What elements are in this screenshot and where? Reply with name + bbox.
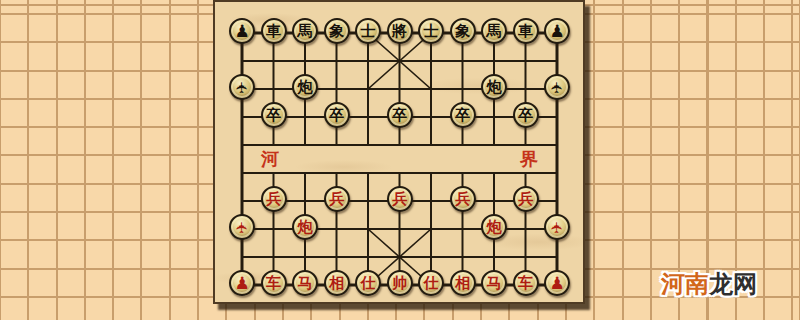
advisor-glyph: 仕: [424, 276, 439, 291]
horse-glyph: 马: [487, 276, 502, 291]
soldier-glyph: 兵: [266, 192, 281, 207]
black-chariot[interactable]: 車: [261, 18, 287, 44]
chariot-glyph: 車: [518, 24, 533, 39]
black-horse[interactable]: 馬: [292, 18, 318, 44]
chariot-glyph: 车: [266, 276, 281, 291]
airplane-icon: ✈: [549, 221, 564, 234]
black-cannon[interactable]: 炮: [481, 74, 507, 100]
cannon-glyph: 炮: [298, 220, 313, 235]
black-pawn-icon[interactable]: ♟: [229, 18, 255, 44]
horse-glyph: 馬: [298, 24, 313, 39]
red-advisor[interactable]: 仕: [355, 270, 381, 296]
red-chariot[interactable]: 车: [261, 270, 287, 296]
pieces-layer: ♟車馬象士將士象馬車♟✈炮炮✈卒卒卒卒卒兵兵兵兵兵✈炮炮✈♟车马相仕帅仕相马车♟: [226, 19, 573, 299]
airplane-icon: ✈: [234, 221, 249, 234]
black-elephant[interactable]: 象: [450, 18, 476, 44]
black-cannon[interactable]: 炮: [292, 74, 318, 100]
red-plane-icon[interactable]: ✈: [544, 214, 570, 240]
elephant-glyph: 象: [329, 24, 344, 39]
advisor-glyph: 士: [361, 24, 376, 39]
soldier-glyph: 兵: [329, 192, 344, 207]
black-soldier[interactable]: 卒: [261, 102, 287, 128]
airplane-icon: ✈: [549, 81, 564, 94]
red-soldier[interactable]: 兵: [387, 186, 413, 212]
advisor-glyph: 仕: [361, 276, 376, 291]
advisor-glyph: 士: [424, 24, 439, 39]
soldier-glyph: 兵: [392, 192, 407, 207]
watermark-dark-text: 龙网: [709, 270, 757, 297]
red-chariot[interactable]: 车: [513, 270, 539, 296]
elephant-glyph: 相: [455, 276, 470, 291]
general-glyph: 帅: [392, 276, 407, 291]
black-plane-icon[interactable]: ✈: [544, 74, 570, 100]
black-soldier[interactable]: 卒: [513, 102, 539, 128]
red-horse[interactable]: 马: [481, 270, 507, 296]
pawn-icon: ♟: [234, 23, 249, 40]
red-advisor[interactable]: 仕: [418, 270, 444, 296]
black-soldier[interactable]: 卒: [324, 102, 350, 128]
black-general[interactable]: 將: [387, 18, 413, 44]
red-soldier[interactable]: 兵: [513, 186, 539, 212]
soldier-glyph: 卒: [518, 108, 533, 123]
red-elephant[interactable]: 相: [450, 270, 476, 296]
red-plane-icon[interactable]: ✈: [229, 214, 255, 240]
red-soldier[interactable]: 兵: [324, 186, 350, 212]
chariot-glyph: 车: [518, 276, 533, 291]
xiangqi-board: 河 界 ♟車馬象士將士象馬車♟✈炮炮✈卒卒卒卒卒兵兵兵兵兵✈炮炮✈♟车马相仕帅仕…: [213, 0, 585, 304]
cannon-glyph: 炮: [487, 220, 502, 235]
black-soldier[interactable]: 卒: [450, 102, 476, 128]
red-soldier[interactable]: 兵: [261, 186, 287, 212]
general-glyph: 將: [392, 24, 407, 39]
cannon-glyph: 炮: [298, 80, 313, 95]
red-general[interactable]: 帅: [387, 270, 413, 296]
elephant-glyph: 象: [455, 24, 470, 39]
chariot-glyph: 車: [266, 24, 281, 39]
black-chariot[interactable]: 車: [513, 18, 539, 44]
site-watermark: 河南龙网: [661, 268, 757, 300]
black-elephant[interactable]: 象: [324, 18, 350, 44]
horse-glyph: 馬: [487, 24, 502, 39]
black-advisor[interactable]: 士: [355, 18, 381, 44]
horse-glyph: 马: [298, 276, 313, 291]
pawn-icon: ♟: [549, 275, 564, 292]
black-soldier[interactable]: 卒: [387, 102, 413, 128]
red-elephant[interactable]: 相: [324, 270, 350, 296]
watermark-orange-text: 河南: [661, 270, 709, 297]
cannon-glyph: 炮: [487, 80, 502, 95]
red-cannon[interactable]: 炮: [481, 214, 507, 240]
soldier-glyph: 卒: [455, 108, 470, 123]
pawn-icon: ♟: [549, 23, 564, 40]
pawn-icon: ♟: [234, 275, 249, 292]
red-pawn-icon[interactable]: ♟: [229, 270, 255, 296]
black-plane-icon[interactable]: ✈: [229, 74, 255, 100]
red-horse[interactable]: 马: [292, 270, 318, 296]
soldier-glyph: 兵: [518, 192, 533, 207]
soldier-glyph: 卒: [392, 108, 407, 123]
red-soldier[interactable]: 兵: [450, 186, 476, 212]
black-horse[interactable]: 馬: [481, 18, 507, 44]
soldier-glyph: 卒: [329, 108, 344, 123]
red-pawn-icon[interactable]: ♟: [544, 270, 570, 296]
black-advisor[interactable]: 士: [418, 18, 444, 44]
elephant-glyph: 相: [329, 276, 344, 291]
red-cannon[interactable]: 炮: [292, 214, 318, 240]
black-pawn-icon[interactable]: ♟: [544, 18, 570, 44]
airplane-icon: ✈: [234, 81, 249, 94]
soldier-glyph: 卒: [266, 108, 281, 123]
soldier-glyph: 兵: [455, 192, 470, 207]
